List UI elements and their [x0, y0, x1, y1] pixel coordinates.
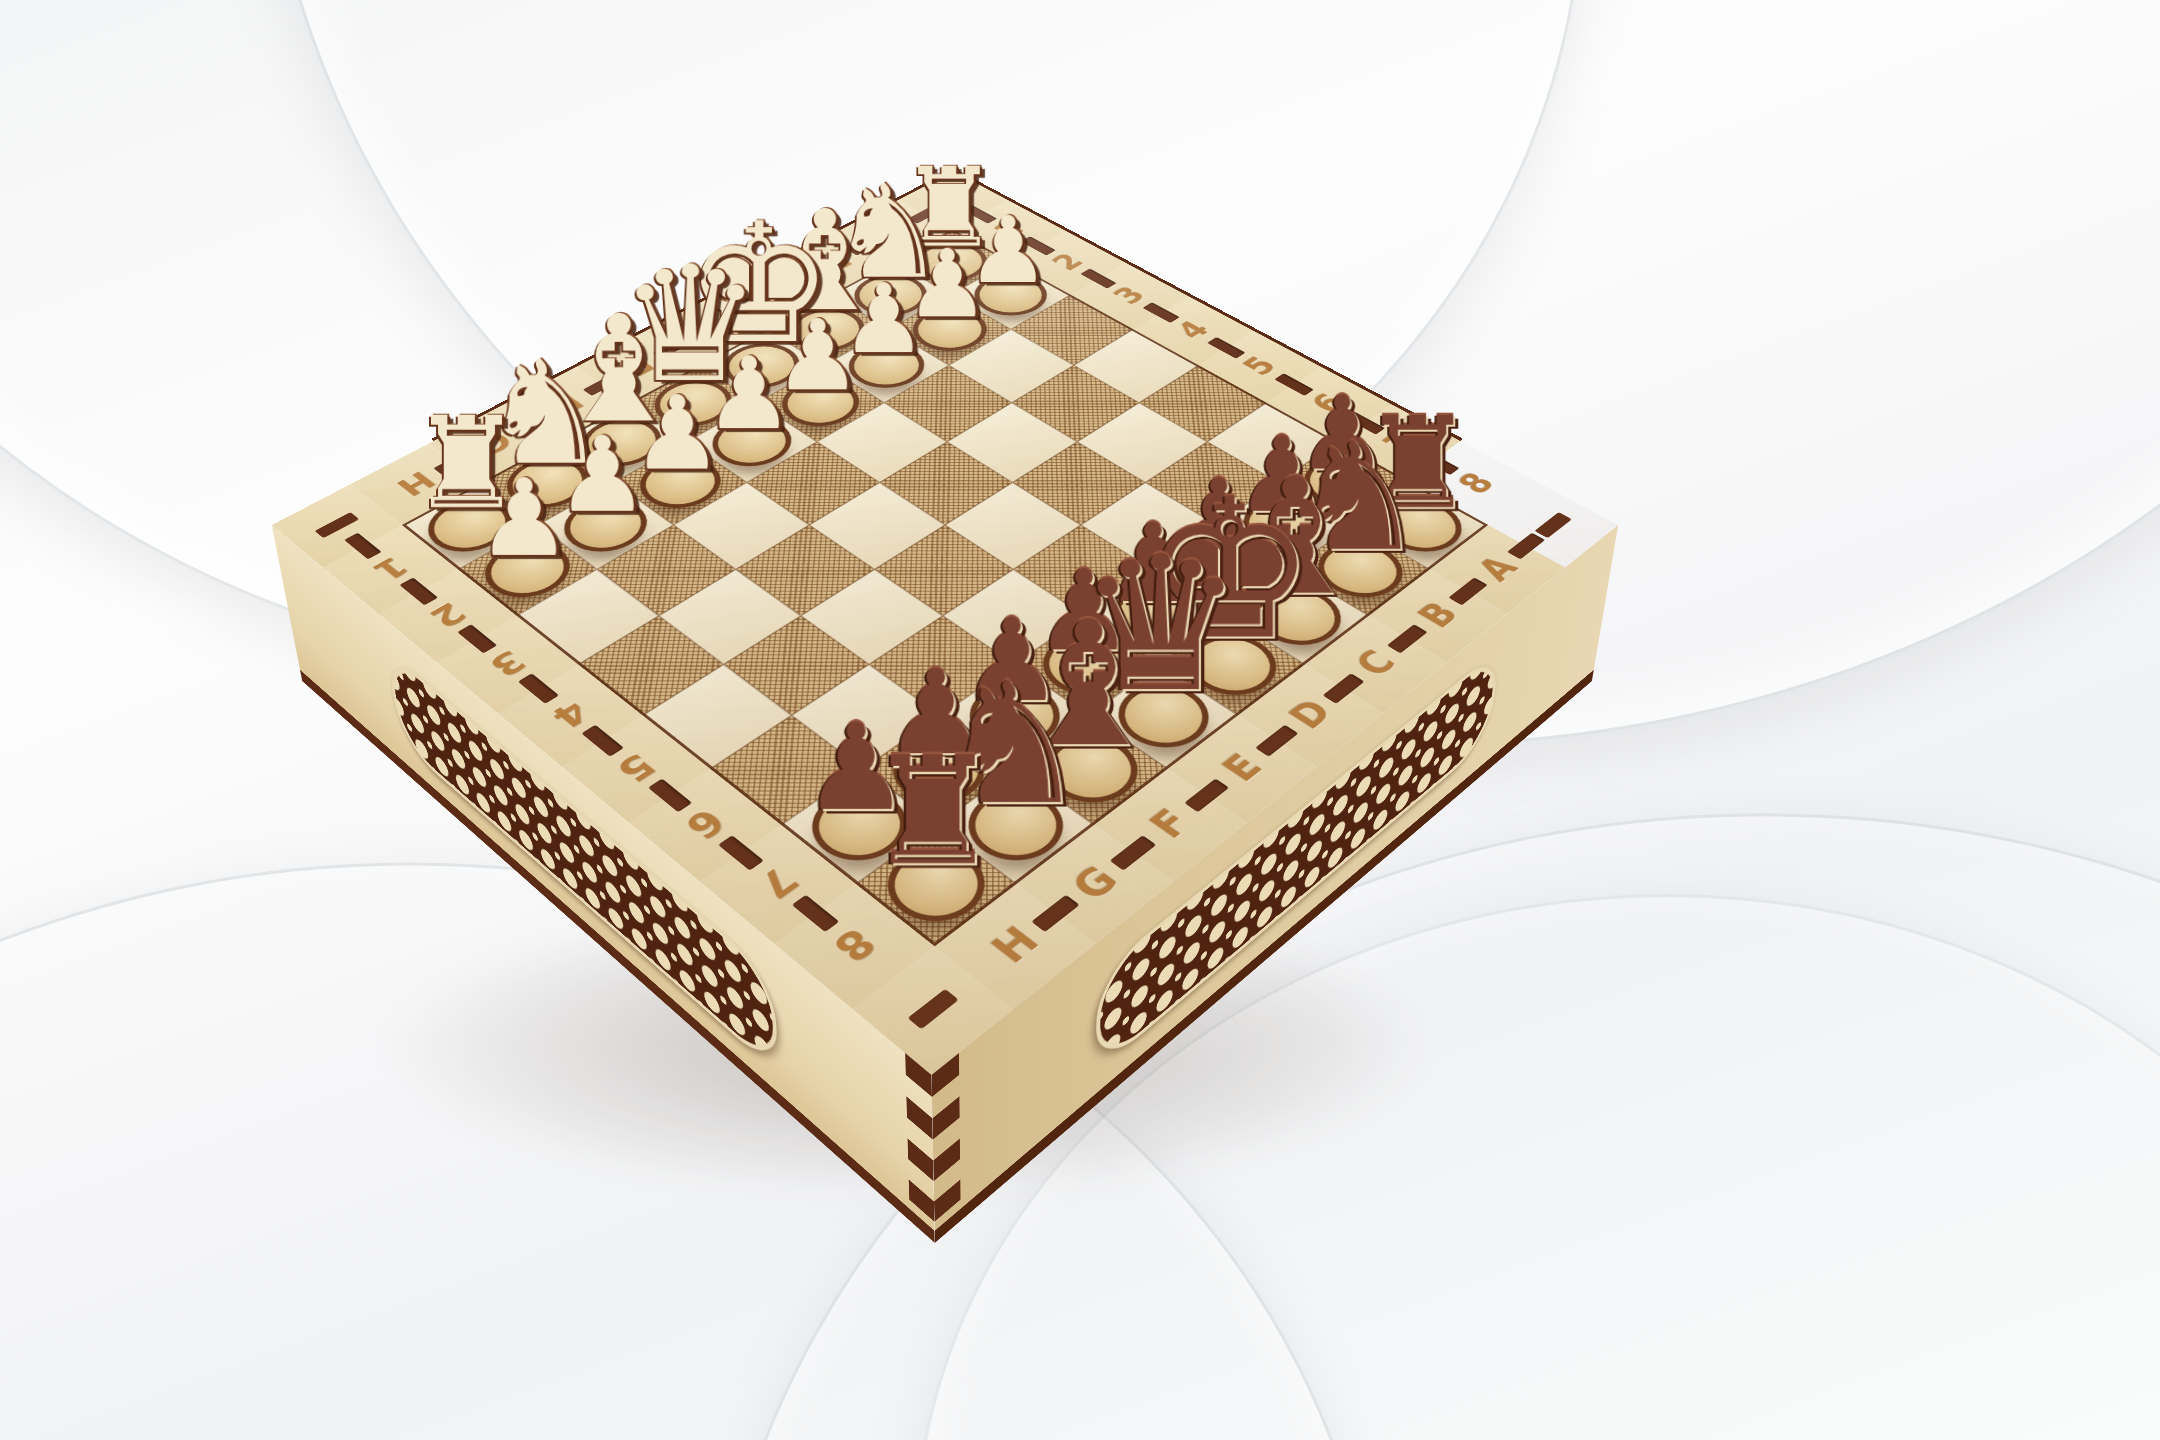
file-label-text: E [1215, 749, 1269, 787]
rank-label-text: 7 [750, 862, 806, 905]
file-label-text: H [984, 921, 1047, 970]
white-pawn-h2[interactable]: ♟ [477, 465, 572, 571]
rank-label-text: 3 [1108, 284, 1151, 308]
finger-joint-teeth [905, 1053, 934, 1231]
rank-label-text: 5 [610, 749, 663, 788]
black-rook-h8[interactable]: ♜ [866, 737, 1000, 886]
rank-label-text: 4 [1171, 318, 1215, 343]
product-photo-canvas: { "game": "chess", "scene_description": … [0, 0, 2160, 1440]
file-label-text: A [1471, 552, 1523, 586]
file-label-text: G [1064, 860, 1125, 906]
chess-box-assembly: 12345678A♜♟♟♜AB♞♟♟♞BC♝♟♟♝CD♚♟♟♚DE♛♟♟♛EF♝… [272, 171, 1618, 1075]
rank-label-text: 6 [678, 804, 732, 845]
rank-label-text: 4 [545, 696, 596, 733]
rank-label-text: 2 [1047, 251, 1089, 274]
rank-label-text: 8 [825, 923, 883, 968]
finger-joint-teeth [932, 1053, 961, 1231]
file-label-text: B [1411, 598, 1464, 633]
file-label-text: F [1143, 804, 1198, 844]
chess-photo-scene: 12345678A♜♟♟♜AB♞♟♟♞BC♝♟♟♝CD♚♟♟♚DE♛♟♟♛EF♝… [0, 0, 2160, 1440]
square-h8[interactable]: ♜ [856, 825, 1016, 946]
chess-board: 12345678A♜♟♟♜AB♞♟♟♞BC♝♟♟♝CD♚♟♟♚DE♛♟♟♛EF♝… [272, 171, 1618, 1075]
rank-label-text: 5 [1237, 353, 1282, 379]
